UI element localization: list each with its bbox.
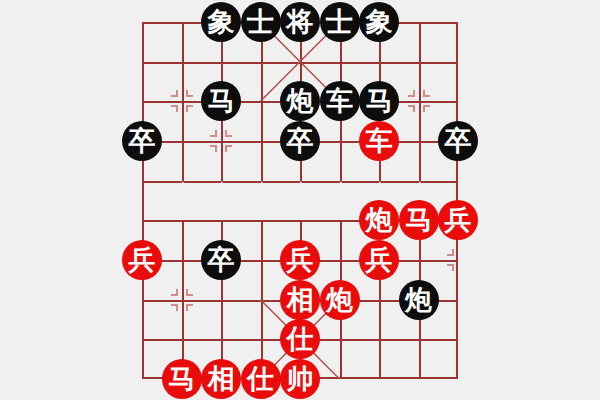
- point-marker: [408, 105, 415, 112]
- board-cell[interactable]: [419, 339, 459, 379]
- piece-black-soldier[interactable]: 卒: [280, 121, 320, 161]
- point-marker: [225, 130, 232, 137]
- point-marker: [447, 264, 454, 271]
- piece-black-advisor[interactable]: 士: [320, 2, 360, 42]
- point-marker: [186, 105, 193, 112]
- piece-black-soldier[interactable]: 卒: [438, 121, 478, 161]
- point-marker: [408, 90, 415, 97]
- board-cell[interactable]: [300, 181, 340, 221]
- board-cell[interactable]: [379, 339, 419, 379]
- piece-red-horse[interactable]: 马: [399, 200, 439, 240]
- piece-red-elephant[interactable]: 相: [280, 280, 320, 320]
- board-cell[interactable]: [221, 181, 261, 221]
- piece-red-soldier[interactable]: 兵: [122, 240, 162, 280]
- point-marker: [171, 304, 178, 311]
- piece-black-elephant[interactable]: 象: [201, 2, 241, 42]
- board-cell[interactable]: [142, 22, 182, 62]
- piece-black-chariot[interactable]: 车: [320, 81, 360, 121]
- piece-black-elephant[interactable]: 象: [359, 2, 399, 42]
- board-cell[interactable]: [261, 181, 301, 221]
- point-marker: [171, 90, 178, 97]
- piece-black-king[interactable]: 将: [280, 2, 320, 42]
- piece-red-soldier[interactable]: 兵: [438, 200, 478, 240]
- point-marker: [423, 105, 430, 112]
- board-cell[interactable]: [182, 181, 222, 221]
- xiangqi-board: 象士将士象马炮车马卒卒车卒炮马兵兵卒兵兵相炮炮仕马相仕帅: [0, 0, 600, 400]
- point-marker: [186, 90, 193, 97]
- point-marker: [210, 145, 217, 152]
- piece-red-advisor[interactable]: 仕: [241, 359, 281, 399]
- point-marker: [186, 289, 193, 296]
- piece-black-soldier[interactable]: 卒: [122, 121, 162, 161]
- piece-black-soldier[interactable]: 卒: [201, 240, 241, 280]
- board-cell[interactable]: [419, 22, 459, 62]
- piece-red-king[interactable]: 帅: [280, 359, 320, 399]
- board-cell[interactable]: [221, 300, 261, 340]
- point-marker: [447, 249, 454, 256]
- point-marker: [225, 145, 232, 152]
- piece-black-cannon[interactable]: 炮: [399, 280, 439, 320]
- point-marker: [186, 304, 193, 311]
- board-cell[interactable]: [142, 181, 182, 221]
- piece-red-chariot[interactable]: 车: [359, 121, 399, 161]
- piece-red-soldier[interactable]: 兵: [359, 240, 399, 280]
- piece-red-elephant[interactable]: 相: [201, 359, 241, 399]
- piece-red-cannon[interactable]: 炮: [320, 280, 360, 320]
- piece-red-horse[interactable]: 马: [162, 359, 202, 399]
- point-marker: [210, 130, 217, 137]
- piece-red-soldier[interactable]: 兵: [280, 240, 320, 280]
- point-marker: [171, 289, 178, 296]
- point-marker: [171, 105, 178, 112]
- piece-black-advisor[interactable]: 士: [241, 2, 281, 42]
- board-cell[interactable]: [340, 339, 380, 379]
- point-marker: [423, 90, 430, 97]
